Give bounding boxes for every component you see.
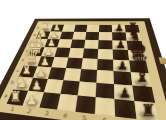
square-a5[interactable] xyxy=(75,96,95,115)
square-e5[interactable] xyxy=(83,48,98,58)
piece-black-pawn-d7[interactable]: ♟ xyxy=(117,59,127,70)
square-a3[interactable] xyxy=(39,92,60,109)
square-c4[interactable] xyxy=(63,68,81,81)
piece-black-pawn-b7[interactable]: ♟ xyxy=(118,86,130,99)
board-grid: ♜♟♟♜♞♟♟♞♝♟♟♝♚♟♟♚♛♟♟♛♝♟♟♝♞♟♟♞♜♟♟♜ xyxy=(7,25,160,120)
piece-black-knight-b8[interactable]: ♞ xyxy=(136,83,152,101)
square-a4[interactable] xyxy=(57,94,78,112)
piece-white-pawn-c2[interactable]: ♟ xyxy=(36,67,46,78)
square-a8[interactable]: ♜ xyxy=(134,101,159,120)
square-d3[interactable] xyxy=(51,57,68,68)
chess-set-photo: ♜♟♟♜♞♟♟♞♝♟♟♝♚♟♟♚♛♟♟♛♝♟♟♝♞♟♟♞♜♟♟♜ 1234567… xyxy=(0,0,166,120)
square-c6[interactable] xyxy=(96,70,114,84)
piece-white-pawn-a2[interactable]: ♟ xyxy=(26,93,37,105)
square-d5[interactable] xyxy=(81,58,97,70)
square-b5[interactable] xyxy=(78,81,97,97)
piece-black-rook-a8[interactable]: ♜ xyxy=(140,102,155,119)
piece-black-pawn-a7[interactable]: ♟ xyxy=(119,102,132,116)
chess-board: ♜♟♟♜♞♟♟♞♝♟♟♝♚♟♟♚♛♟♟♛♝♟♟♝♞♟♟♞♜♟♟♜ 1234567… xyxy=(0,18,166,120)
square-e4[interactable] xyxy=(68,48,84,58)
square-e6[interactable] xyxy=(98,49,113,60)
square-c7[interactable]: ♟ xyxy=(114,71,133,85)
square-f6[interactable] xyxy=(98,40,113,49)
square-d4[interactable] xyxy=(66,58,83,70)
square-e3[interactable] xyxy=(55,48,71,58)
square-c2[interactable]: ♟ xyxy=(33,66,51,79)
square-c5[interactable] xyxy=(80,69,97,83)
piece-white-pawn-b2[interactable]: ♟ xyxy=(31,79,41,91)
perspective-scene: ♜♟♟♜♞♟♟♞♝♟♟♝♚♟♟♚♛♟♟♛♝♟♟♝♞♟♟♞♜♟♟♜ 1234567… xyxy=(0,0,166,120)
piece-white-knight-b1[interactable]: ♞ xyxy=(14,74,28,89)
piece-white-pawn-d2[interactable]: ♟ xyxy=(40,56,49,66)
piece-white-rook-a1[interactable]: ♜ xyxy=(9,90,21,104)
piece-black-pawn-c7[interactable]: ♟ xyxy=(118,72,129,84)
clasp-icon xyxy=(159,57,166,64)
piece-black-pawn-e7[interactable]: ♟ xyxy=(116,49,126,60)
